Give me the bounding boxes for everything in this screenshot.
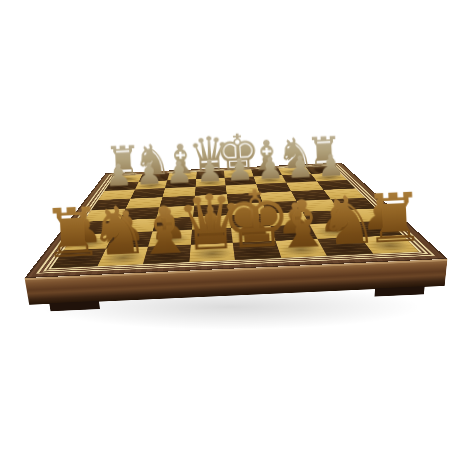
board-foot-left (49, 301, 100, 312)
piece-black-pawn-b7: ♟ (135, 158, 163, 189)
piece-black-pawn-h7: ♟ (317, 150, 345, 181)
board-grid: ♜♞♝♛♚♝♞♜♟♟♟♟♟♟♟♟♟♟♟♟♟♟♟♟♜♞♝♛♚♝♞♜ (51, 166, 419, 269)
piece-black-pawn-a7: ♟ (105, 160, 133, 191)
piece-white-rook-h1: ♜ (363, 184, 426, 254)
piece-black-pawn-g7: ♟ (287, 151, 315, 182)
playing-area-border: ♜♞♝♛♚♝♞♜♟♟♟♟♟♟♟♟♟♟♟♟♟♟♟♟♜♞♝♛♚♝♞♜ (48, 165, 422, 269)
square-h7[interactable]: ♟ (311, 173, 347, 182)
chessboard: ♜♞♝♛♚♝♞♜♟♟♟♟♟♟♟♟♟♟♟♟♟♟♟♟♜♞♝♛♚♝♞♜ (25, 163, 448, 278)
perspective-wrapper: ♜♞♝♛♚♝♞♜♟♟♟♟♟♟♟♟♟♟♟♟♟♟♟♟♜♞♝♛♚♝♞♜ (70, 46, 387, 363)
square-h1[interactable]: ♜ (360, 235, 419, 254)
scene: ♜♞♝♛♚♝♞♜♟♟♟♟♟♟♟♟♟♟♟♟♟♟♟♟♜♞♝♛♚♝♞♜ (70, 46, 387, 363)
